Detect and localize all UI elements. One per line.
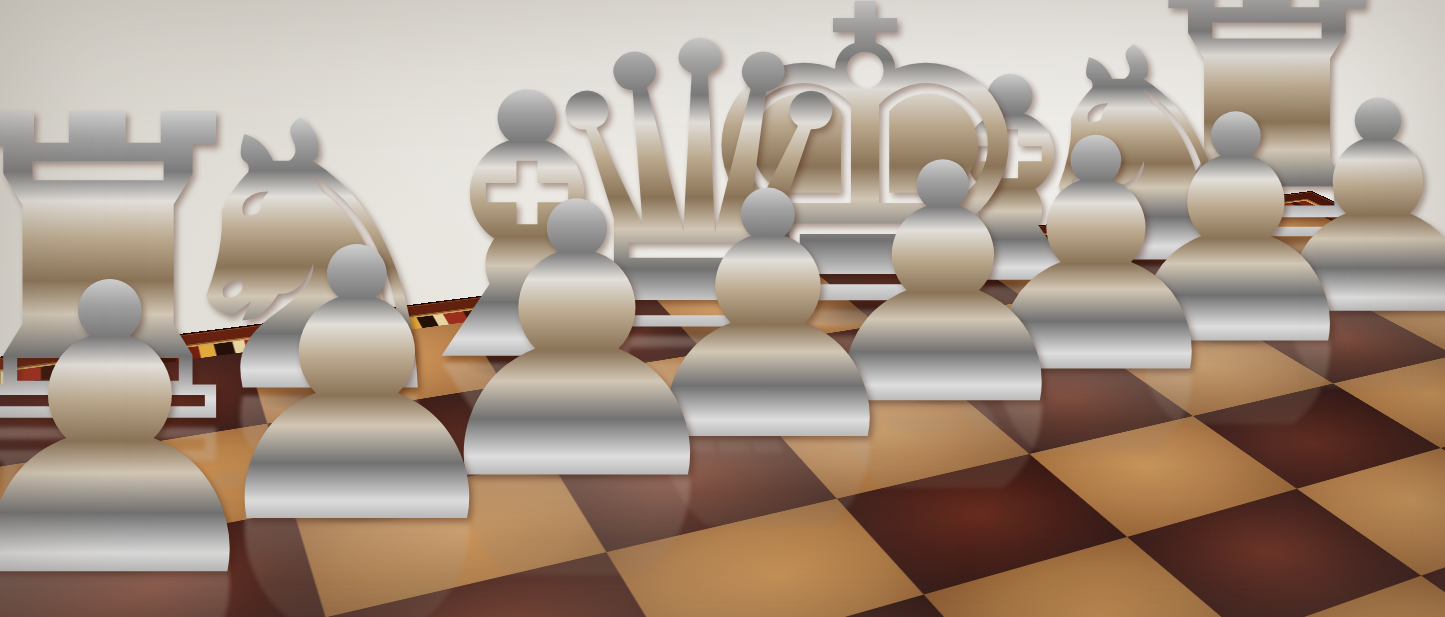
chess-set-photo: ♜♜♞♞♝♝♛♛♚♚♝♝♞♞♜♜♟♟♟♟♟♟♟♟♟♟♟♟♟♟♟♟ — [0, 0, 1445, 617]
pieces-layer: ♜♜♞♞♝♝♛♛♚♚♝♝♞♞♜♜♟♟♟♟♟♟♟♟♟♟♟♟♟♟♟♟ — [0, 0, 1445, 617]
piece-white-pawn-a2[interactable]: ♟ — [0, 233, 289, 617]
